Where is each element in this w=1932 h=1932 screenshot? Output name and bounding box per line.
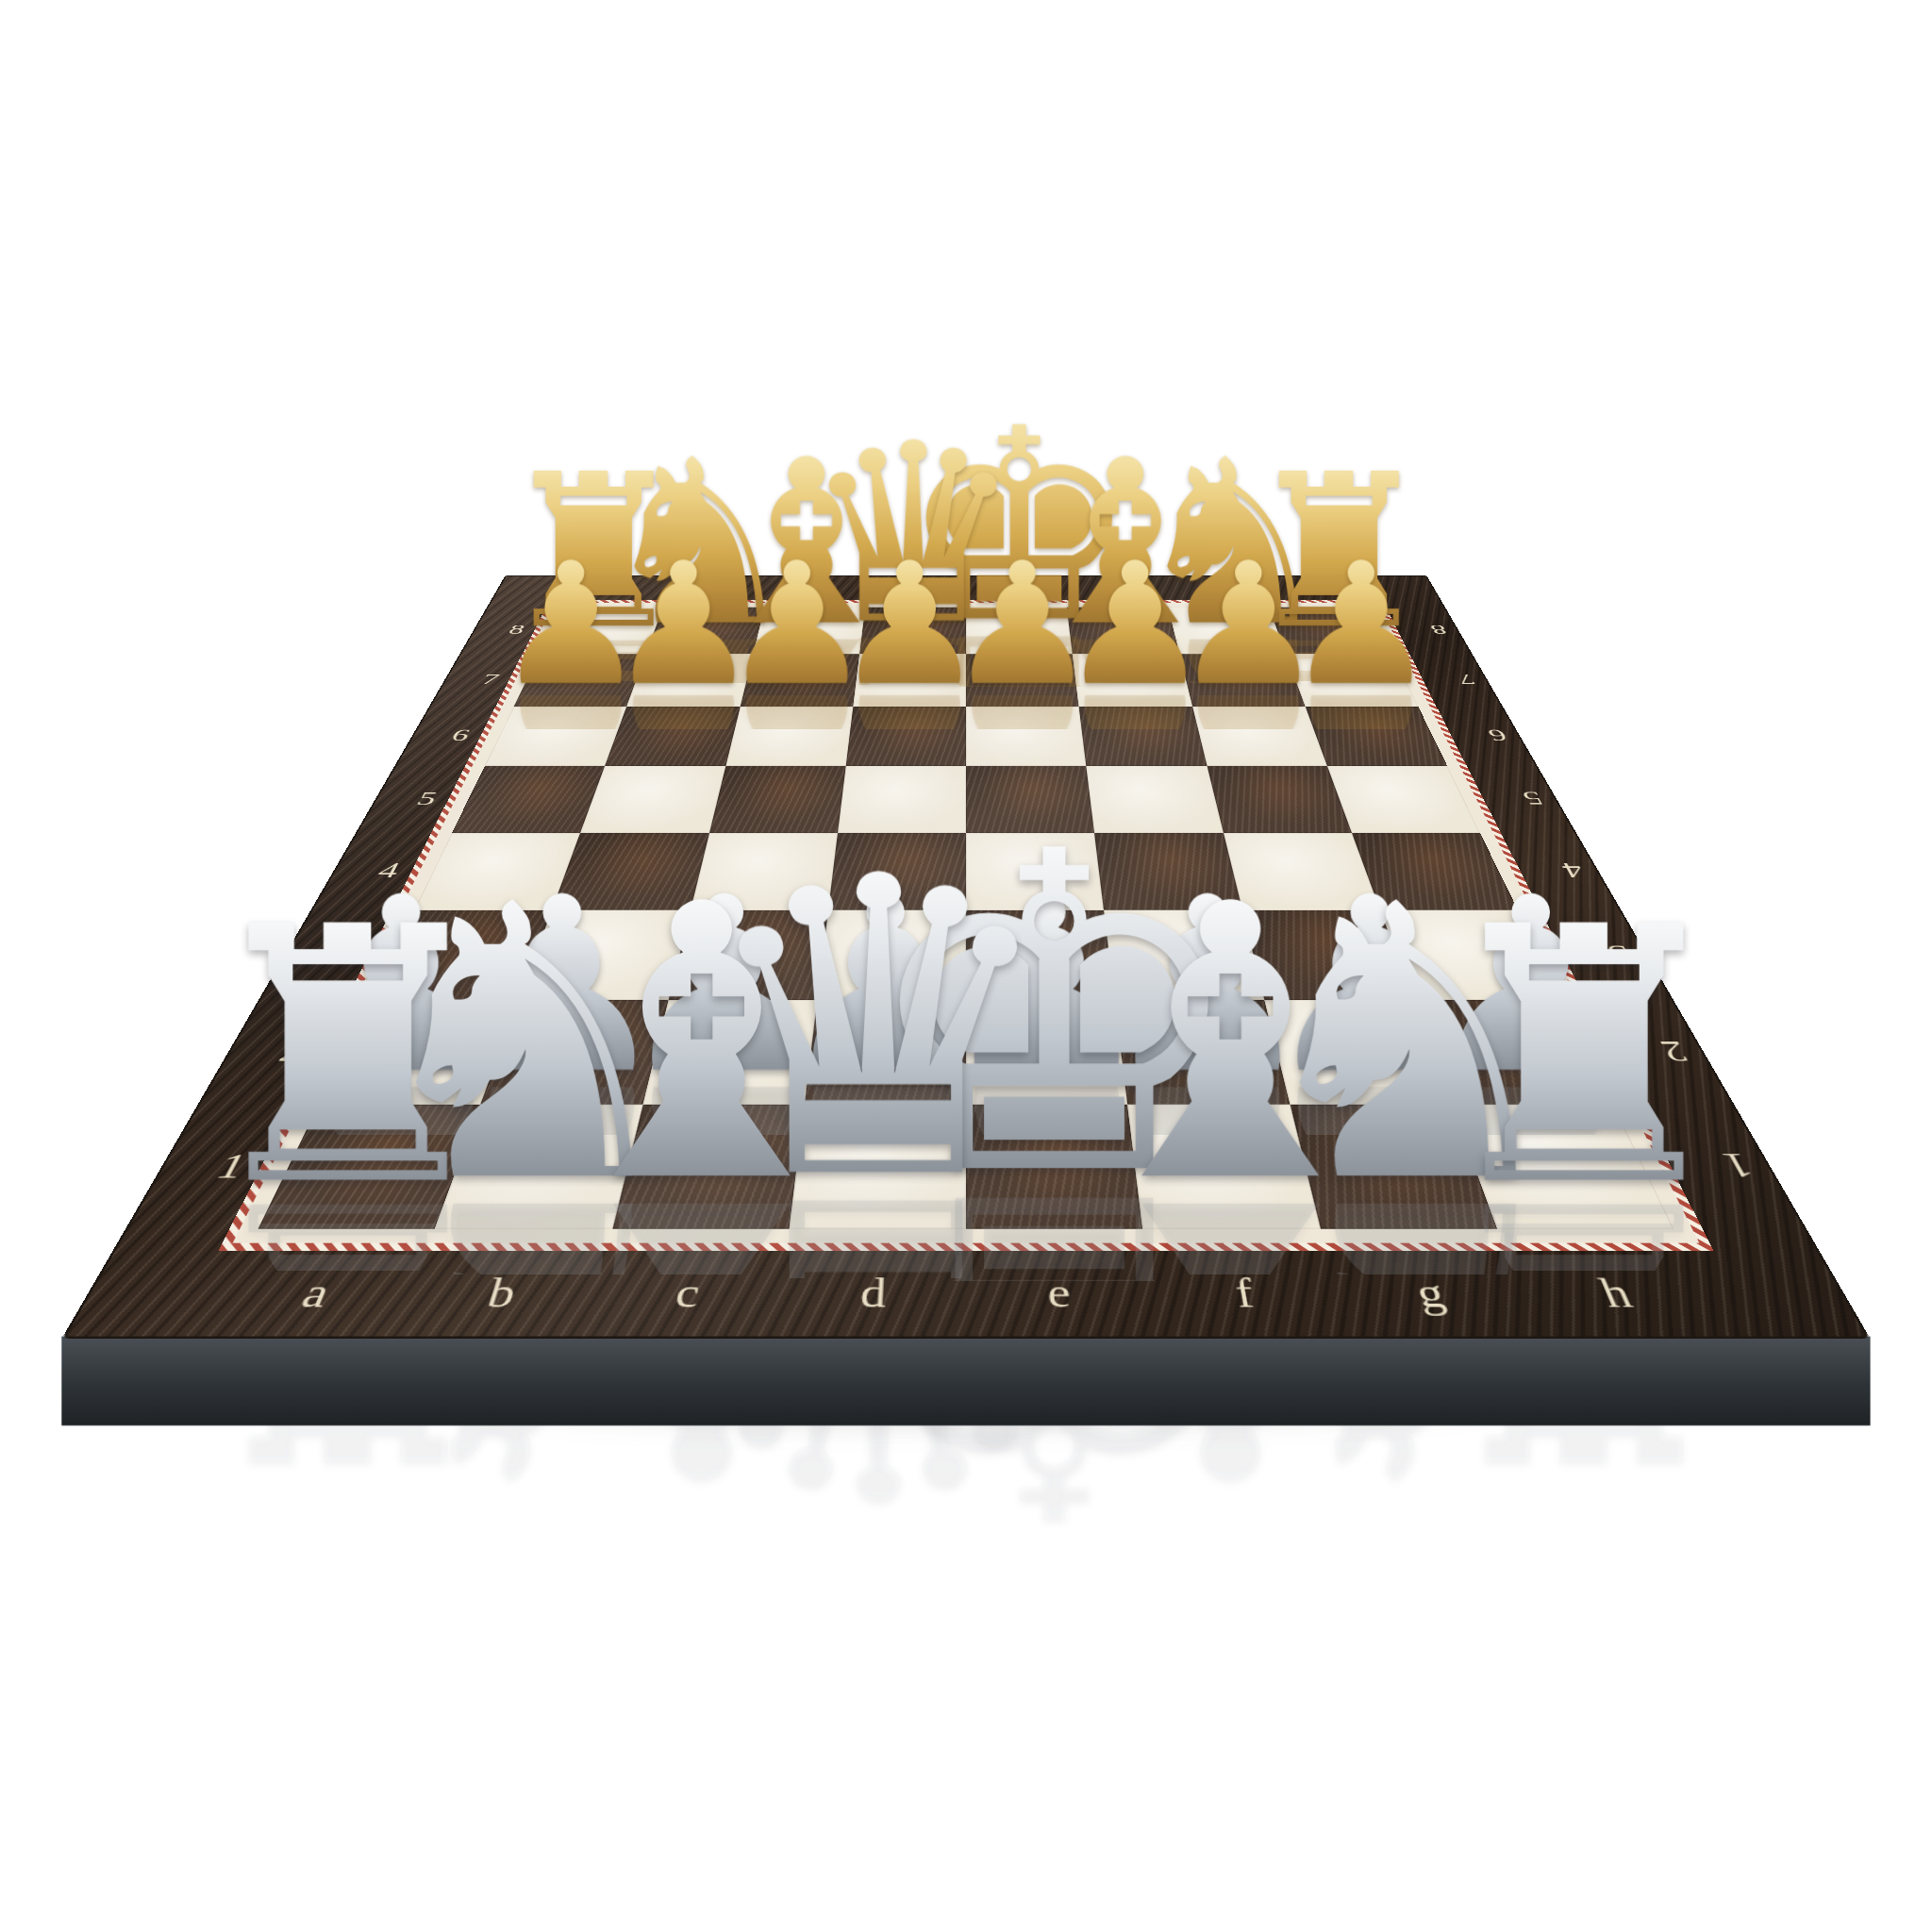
square-a5[interactable] [452, 766, 605, 833]
page: { "game": "chess", "scene": { "descripti… [0, 0, 1932, 1932]
chessboard: ♜♞♝♛♚♝♞♜♟♟♟♟♟♟♟♟♟♟♟♟♟♟♟♟♜♞♝♛♚♝♞♜ 8765432… [66, 576, 1867, 1337]
file-label-front-d: d [775, 1251, 966, 1336]
piece-white-rook-h1[interactable]: ♜ [1425, 891, 1741, 1225]
file-label-front-h: h [1507, 1251, 1730, 1336]
piece-white-bishop-c1[interactable]: ♝ [532, 866, 872, 1225]
square-c6[interactable] [725, 707, 853, 766]
square-a6[interactable] [485, 707, 627, 766]
chessboard-scene: ♜♞♝♛♚♝♞♜♟♟♟♟♟♟♟♟♟♟♟♟♟♟♟♟♜♞♝♛♚♝♞♜ 8765432… [358, 225, 1574, 1441]
square-h6[interactable] [1306, 707, 1448, 766]
square-e6[interactable] [966, 707, 1087, 766]
board-front-edge [61, 1337, 1870, 1426]
file-label-front-g: g [1326, 1251, 1538, 1336]
square-h5[interactable] [1327, 766, 1480, 833]
square-f6[interactable] [1079, 707, 1207, 766]
square-d6[interactable] [845, 707, 966, 766]
square-h1[interactable]: ♜ [1451, 1105, 1674, 1229]
product-photo-stage: ♜♞♝♛♚♝♞♜♟♟♟♟♟♟♟♟♟♟♟♟♟♟♟♟♜♞♝♛♚♝♞♜ 8765432… [0, 0, 1932, 1932]
file-label-front-f: f [1146, 1251, 1347, 1336]
file-label-front-c: c [584, 1251, 785, 1336]
square-h7[interactable]: ♟ [1286, 654, 1418, 707]
file-label-front-a: a [203, 1251, 425, 1336]
square-b6[interactable] [605, 707, 740, 766]
file-labels-front: abcdefgh [203, 1251, 1730, 1336]
square-c1[interactable]: ♝ [612, 1105, 805, 1229]
file-label-front-e: e [966, 1251, 1157, 1336]
square-g6[interactable] [1192, 707, 1327, 766]
file-label-front-b: b [393, 1251, 605, 1336]
